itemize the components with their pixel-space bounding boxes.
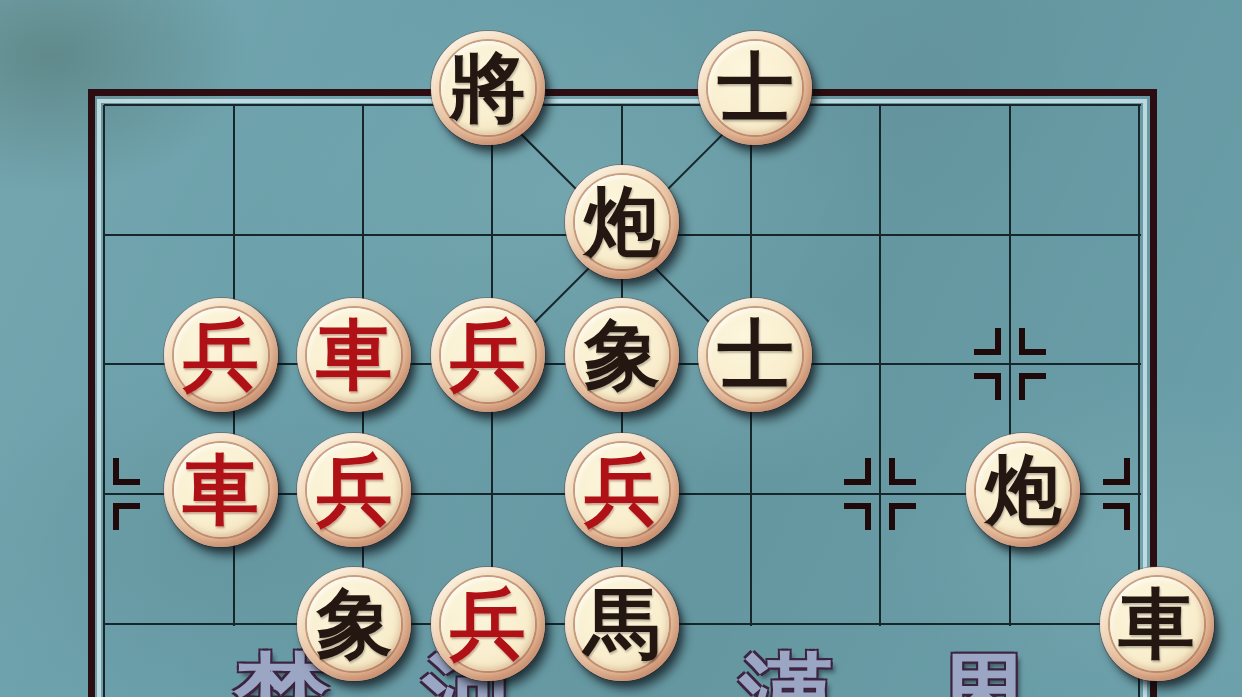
piece-black-general[interactable]: 將 <box>431 31 545 145</box>
piece-glyph: 兵 <box>450 586 526 662</box>
piece-red-soldier[interactable]: 兵 <box>431 567 545 681</box>
point-marker-bracket <box>889 503 916 530</box>
grid-file-line <box>879 105 881 626</box>
piece-glyph: 士 <box>717 50 793 126</box>
piece-black-elephant[interactable]: 象 <box>297 567 411 681</box>
piece-red-chariot[interactable]: 車 <box>297 298 411 412</box>
piece-black-cannon[interactable]: 炮 <box>565 165 679 279</box>
xiangqi-board-screenshot: 楚河漢界將士炮兵車兵象士車兵兵炮象兵馬車 <box>0 0 1242 697</box>
piece-glyph: 兵 <box>584 452 660 528</box>
point-marker-bracket <box>1103 503 1130 530</box>
grid-file-line <box>103 105 105 697</box>
piece-glyph: 士 <box>717 317 793 393</box>
river-text-char: 界 <box>930 648 1040 697</box>
point-marker-bracket <box>889 458 916 485</box>
piece-glyph: 兵 <box>316 452 392 528</box>
piece-black-horse[interactable]: 馬 <box>565 567 679 681</box>
grid-file-line <box>1009 105 1011 626</box>
piece-red-soldier[interactable]: 兵 <box>431 298 545 412</box>
point-marker-bracket <box>113 458 140 485</box>
piece-black-advisor[interactable]: 士 <box>698 298 812 412</box>
piece-glyph: 車 <box>1119 586 1195 662</box>
piece-red-chariot[interactable]: 車 <box>164 433 278 547</box>
piece-glyph: 兵 <box>450 317 526 393</box>
point-marker-bracket <box>974 373 1001 400</box>
piece-black-chariot[interactable]: 車 <box>1100 567 1214 681</box>
piece-glyph: 象 <box>584 317 660 393</box>
piece-red-soldier[interactable]: 兵 <box>164 298 278 412</box>
piece-red-soldier[interactable]: 兵 <box>565 433 679 547</box>
piece-glyph: 兵 <box>183 317 259 393</box>
piece-black-elephant[interactable]: 象 <box>565 298 679 412</box>
point-marker-bracket <box>844 458 871 485</box>
piece-red-soldier[interactable]: 兵 <box>297 433 411 547</box>
piece-black-advisor[interactable]: 士 <box>698 31 812 145</box>
river-text-char: 漢 <box>732 648 842 697</box>
piece-glyph: 炮 <box>584 184 660 260</box>
point-marker-bracket <box>974 328 1001 355</box>
piece-glyph: 車 <box>183 452 259 528</box>
piece-glyph: 炮 <box>985 452 1061 528</box>
piece-glyph: 車 <box>316 317 392 393</box>
point-marker-bracket <box>1019 328 1046 355</box>
point-marker-bracket <box>113 503 140 530</box>
point-marker-bracket <box>844 503 871 530</box>
piece-glyph: 象 <box>316 586 392 662</box>
piece-glyph: 馬 <box>584 586 660 662</box>
point-marker-bracket <box>1103 458 1130 485</box>
piece-black-cannon[interactable]: 炮 <box>966 433 1080 547</box>
point-marker-bracket <box>1019 373 1046 400</box>
piece-glyph: 將 <box>450 50 526 126</box>
grid-rank-line <box>104 104 1141 106</box>
